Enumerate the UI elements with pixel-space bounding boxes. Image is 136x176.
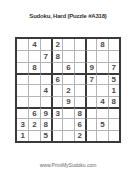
cell-r1c4: 2 xyxy=(51,39,62,50)
cell-r5c7[interactable] xyxy=(85,84,96,95)
cell-r2c1[interactable] xyxy=(17,50,28,61)
cell-r3c2: 8 xyxy=(28,62,39,73)
cell-r9c3: 5 xyxy=(40,130,51,141)
cell-r5c2[interactable] xyxy=(28,84,39,95)
cell-r7c8[interactable] xyxy=(96,107,107,118)
cell-r1c8: 8 xyxy=(96,39,107,50)
cell-r1c5[interactable] xyxy=(62,39,73,50)
cell-r4c6[interactable] xyxy=(74,73,85,84)
cell-r2c7[interactable] xyxy=(85,50,96,61)
cell-r8c8: 5 xyxy=(96,118,107,129)
cell-r9c9[interactable] xyxy=(108,130,119,141)
cell-r6c2[interactable] xyxy=(28,96,39,107)
cell-r5c9: 1 xyxy=(108,84,119,95)
cell-r1c6[interactable] xyxy=(74,39,85,50)
cell-r5c1[interactable] xyxy=(17,84,28,95)
cell-r5c4[interactable] xyxy=(51,84,62,95)
cell-r2c8[interactable] xyxy=(96,50,107,61)
cell-r3c3[interactable] xyxy=(40,62,51,73)
cell-r7c4: 3 xyxy=(51,107,62,118)
cell-r9c6: 2 xyxy=(74,130,85,141)
sudoku-board: 428788697675421948693832865152 xyxy=(15,37,121,143)
cell-r9c7[interactable] xyxy=(85,130,96,141)
cell-r7c7[interactable] xyxy=(85,107,96,118)
cell-r2c2[interactable] xyxy=(28,50,39,61)
cell-r3c9: 7 xyxy=(108,62,119,73)
cell-r4c7: 7 xyxy=(85,73,96,84)
cell-r8c7[interactable] xyxy=(85,118,96,129)
cell-r2c5[interactable] xyxy=(62,50,73,61)
cell-r1c3[interactable] xyxy=(40,39,51,50)
cell-r3c6[interactable] xyxy=(74,62,85,73)
cell-r3c7: 9 xyxy=(85,62,96,73)
cell-r7c1[interactable] xyxy=(17,107,28,118)
cell-r9c1: 1 xyxy=(17,130,28,141)
cell-r4c3[interactable] xyxy=(40,73,51,84)
cell-r1c7[interactable] xyxy=(85,39,96,50)
cell-r6c6[interactable] xyxy=(74,96,85,107)
cell-r9c2[interactable] xyxy=(28,130,39,141)
cell-r7c3: 9 xyxy=(40,107,51,118)
cell-r6c1[interactable] xyxy=(17,96,28,107)
cell-r1c9[interactable] xyxy=(108,39,119,50)
cell-r5c6[interactable] xyxy=(74,84,85,95)
cell-r6c5: 9 xyxy=(62,96,73,107)
cell-r4c4: 6 xyxy=(51,73,62,84)
cell-r8c3: 8 xyxy=(40,118,51,129)
cell-r1c1[interactable] xyxy=(17,39,28,50)
cell-r1c2: 4 xyxy=(28,39,39,50)
cell-r7c9[interactable] xyxy=(108,107,119,118)
cell-r7c5[interactable] xyxy=(62,107,73,118)
cell-r3c8[interactable] xyxy=(96,62,107,73)
cell-r2c6[interactable] xyxy=(74,50,85,61)
cell-r9c4[interactable] xyxy=(51,130,62,141)
cell-r3c5: 6 xyxy=(62,62,73,73)
cell-r5c8[interactable] xyxy=(96,84,107,95)
cell-r4c2[interactable] xyxy=(28,73,39,84)
cell-r6c9: 8 xyxy=(108,96,119,107)
cell-r8c2: 2 xyxy=(28,118,39,129)
cell-r7c6: 8 xyxy=(74,107,85,118)
cell-r4c9: 5 xyxy=(108,73,119,84)
cell-r4c1[interactable] xyxy=(17,73,28,84)
cell-r6c8: 4 xyxy=(96,96,107,107)
cell-r8c6: 6 xyxy=(74,118,85,129)
cell-r7c2: 6 xyxy=(28,107,39,118)
cell-r9c8[interactable] xyxy=(96,130,107,141)
cell-r5c5: 2 xyxy=(62,84,73,95)
cell-r8c5[interactable] xyxy=(62,118,73,129)
cell-r6c4[interactable] xyxy=(51,96,62,107)
cell-r6c3[interactable] xyxy=(40,96,51,107)
cell-r8c1: 3 xyxy=(17,118,28,129)
cell-r4c5[interactable] xyxy=(62,73,73,84)
cell-r6c7[interactable] xyxy=(85,96,96,107)
footer-url[interactable]: www.PrintMySudoku.com xyxy=(0,162,136,168)
cell-r9c5[interactable] xyxy=(62,130,73,141)
cell-r4c8[interactable] xyxy=(96,73,107,84)
cell-r8c9[interactable] xyxy=(108,118,119,129)
page-title: Sudoku, Hard (Puzzle #A318) xyxy=(0,13,136,19)
cell-r8c4[interactable] xyxy=(51,118,62,129)
cell-r2c9[interactable] xyxy=(108,50,119,61)
cell-r2c3: 7 xyxy=(40,50,51,61)
cell-r3c1[interactable] xyxy=(17,62,28,73)
cell-r3c4[interactable] xyxy=(51,62,62,73)
cell-r2c4: 8 xyxy=(51,50,62,61)
cell-r5c3: 4 xyxy=(40,84,51,95)
